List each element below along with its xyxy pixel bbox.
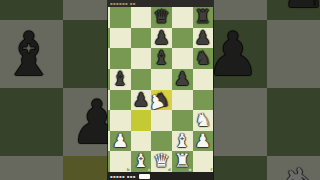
square-f4[interactable]	[193, 90, 213, 111]
square-c3[interactable]	[131, 110, 152, 131]
square-b7[interactable]	[110, 28, 131, 49]
square-d4[interactable]: ♞♟	[151, 90, 172, 111]
square-b6	[0, 0, 63, 20]
square-b3	[0, 156, 63, 180]
square-d8[interactable]: ♛	[151, 7, 172, 28]
square-e8[interactable]	[172, 7, 193, 28]
video-frame: ♛♜♟♟♝♞♝♟♟♞♟♞♟♝♟♝♛♜ ▪▪▪▪▪▪ ▪▪ ♛♜♟♟♝♞♝♟♟♞♟…	[0, 0, 320, 180]
square-e6[interactable]	[172, 48, 193, 69]
piece-white-N-f3[interactable]: ♞	[193, 110, 213, 131]
square-b8[interactable]	[110, 7, 131, 28]
piece-black-N-f6[interactable]: ♞	[193, 48, 213, 69]
square-e5[interactable]: ♟	[172, 69, 193, 90]
square-f6: ♞	[267, 0, 320, 20]
square-c8[interactable]	[131, 7, 152, 28]
piece-black-B-b5: ♝	[0, 20, 63, 88]
square-c6[interactable]	[131, 48, 152, 69]
square-f3: ♞	[267, 156, 320, 180]
square-b5[interactable]: ♝	[110, 69, 131, 90]
square-f5	[267, 20, 320, 88]
square-d2[interactable]	[151, 131, 172, 152]
square-b2[interactable]: ♟	[110, 131, 131, 152]
piece-white-N-f3: ♞	[267, 156, 320, 180]
piece-black-R-f8[interactable]: ♜	[193, 7, 213, 28]
piece-white-P-b2[interactable]: ♟	[110, 131, 131, 152]
piece-black-P-e5[interactable]: ♟	[172, 69, 193, 90]
piece-white-B-e2[interactable]: ♝	[172, 131, 193, 152]
square-b3[interactable]	[110, 110, 131, 131]
piece-black-B-b5[interactable]: ♝	[110, 69, 131, 90]
player-clock-chip	[139, 174, 150, 179]
square-f8[interactable]: ♜	[193, 7, 213, 28]
square-e3[interactable]	[172, 110, 193, 131]
square-c7[interactable]	[131, 28, 152, 49]
square-f1[interactable]: f	[193, 151, 213, 172]
square-c5[interactable]	[131, 69, 152, 90]
square-b5: ♝	[0, 20, 63, 88]
square-f3[interactable]: ♞	[193, 110, 213, 131]
opponent-info-bar: ▪▪▪▪▪▪ ▪▪	[108, 0, 213, 7]
square-b4[interactable]	[110, 90, 131, 111]
square-d7[interactable]: ♟	[151, 28, 172, 49]
chess-board[interactable]: ♛♜♟♟♝♞♝♟♟♞♟♞♟♝♟b♝c♛d♜ef	[108, 7, 213, 172]
piece-black-N-f6: ♞	[267, 0, 320, 20]
video-column: ▪▪▪▪▪▪ ▪▪ ♛♜♟♟♝♞♝♟♟♞♟♞♟♝♟b♝c♛d♜ef ▪▪▪▪▪ …	[108, 0, 213, 180]
square-e2[interactable]: ♝	[172, 131, 193, 152]
square-f5[interactable]	[193, 69, 213, 90]
opponent-name-text: ▪▪▪▪▪▪ ▪▪	[110, 1, 136, 6]
square-c2[interactable]	[131, 131, 152, 152]
player-info-bar: ▪▪▪▪▪ ▪▪▪	[108, 172, 213, 180]
piece-black-Q-d8[interactable]: ♛	[151, 7, 172, 28]
square-b1[interactable]: b	[110, 151, 131, 172]
piece-black-B-d6[interactable]: ♝	[151, 48, 172, 69]
square-b4	[0, 88, 63, 156]
square-b6[interactable]	[110, 48, 131, 69]
square-e7[interactable]	[172, 28, 193, 49]
square-d3[interactable]	[151, 110, 172, 131]
square-d1[interactable]: ♛d	[151, 151, 172, 172]
square-f7[interactable]: ♟	[193, 28, 213, 49]
board-viewport: ♛♜♟♟♝♞♝♟♟♞♟♞♟♝♟b♝c♛d♜ef	[108, 7, 213, 172]
piece-white-P-f2[interactable]: ♟	[193, 131, 213, 152]
square-e1[interactable]: ♜e	[172, 151, 193, 172]
square-e4[interactable]	[172, 90, 193, 111]
square-f4	[267, 88, 320, 156]
piece-black-P-d7[interactable]: ♟	[151, 28, 172, 49]
square-d6[interactable]: ♝	[151, 48, 172, 69]
piece-black-P-f7[interactable]: ♟	[193, 28, 213, 49]
square-d5[interactable]	[151, 69, 172, 90]
square-c1[interactable]: ♝c	[131, 151, 152, 172]
player-name-text: ▪▪▪▪▪ ▪▪▪	[110, 174, 136, 179]
square-f6[interactable]: ♞	[193, 48, 213, 69]
square-f2[interactable]: ♟	[193, 131, 213, 152]
